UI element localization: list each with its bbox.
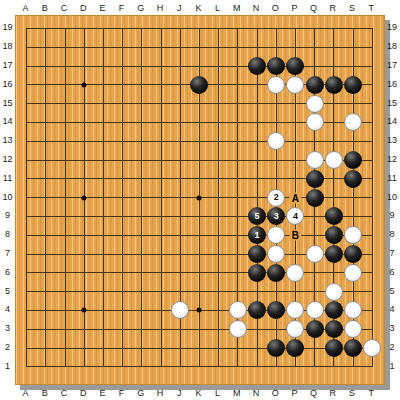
column-label-top: G [137,3,144,13]
white-stone [306,113,324,131]
black-stone [306,320,324,338]
black-stone [344,151,362,169]
black-stone [325,207,343,225]
row-label-right: 5 [389,286,394,296]
row-label-right: 12 [387,154,397,164]
black-stone [325,226,343,244]
row-label-left: 10 [2,192,12,202]
row-label-right: 10 [387,192,397,202]
white-stone [286,264,304,282]
column-label-top: M [233,3,241,13]
grid-vertical-line [218,28,219,367]
row-label-right: 7 [389,248,394,258]
black-stone [344,76,362,94]
grid-vertical-line [372,28,373,367]
column-label-top: H [157,3,164,13]
column-label-bottom: J [177,388,182,398]
column-label-bottom: A [23,388,29,398]
move-number: 3 [274,212,279,221]
row-label-left: 5 [5,286,10,296]
row-label-left: 7 [5,248,10,258]
white-stone [267,226,285,244]
grid-horizontal-line [26,348,373,349]
column-label-bottom: E [99,388,105,398]
go-diagram: 25341AB AABBCCDDEEFFGGHHJJKKLLMMNNOOPPQQ… [0,0,400,400]
column-label-bottom: Q [310,388,317,398]
black-stone [344,170,362,188]
column-label-bottom: C [61,388,68,398]
row-label-right: 11 [387,173,396,183]
row-label-right: 3 [389,323,394,333]
black-stone [306,76,324,94]
row-label-right: 9 [389,210,394,220]
star-point [197,195,202,200]
row-label-left: 14 [2,116,12,126]
row-label-left: 9 [5,210,10,220]
row-label-left: 8 [5,229,10,239]
row-label-left: 17 [2,60,12,70]
white-stone: 2 [267,189,285,207]
black-stone [248,264,266,282]
column-label-bottom: H [157,388,164,398]
white-stone [363,339,381,357]
row-label-left: 15 [2,98,12,108]
column-label-top: C [61,3,68,13]
white-stone [267,76,285,94]
black-stone [325,301,343,319]
white-stone [344,264,362,282]
grid-horizontal-line [26,216,373,217]
black-stone: 5 [248,207,266,225]
black-stone: 3 [267,207,285,225]
grid-horizontal-line [26,366,373,367]
white-stone [344,320,362,338]
row-label-left: 16 [2,79,12,89]
letter-annotation: B [290,230,301,241]
row-label-left: 1 [5,361,10,371]
black-stone [325,320,343,338]
star-point [82,82,87,87]
white-stone [286,301,304,319]
column-label-top: S [349,3,355,13]
column-label-top: E [99,3,105,13]
column-label-bottom: S [349,388,355,398]
black-stone [306,170,324,188]
grid-horizontal-line [26,235,373,236]
star-point [197,308,202,313]
black-stone [248,57,266,75]
black-stone [344,339,362,357]
white-stone [306,95,324,113]
column-label-top: L [215,3,220,13]
row-label-left: 4 [5,304,10,314]
row-label-right: 16 [387,79,397,89]
black-stone [286,57,304,75]
row-label-right: 4 [389,304,394,314]
column-label-top: D [80,3,87,13]
white-stone [306,301,324,319]
column-label-top: J [177,3,182,13]
black-stone [267,264,285,282]
row-label-left: 19 [2,22,12,32]
row-label-right: 18 [387,41,397,51]
column-label-bottom: P [291,388,297,398]
move-number: 2 [274,193,279,202]
black-stone [325,76,343,94]
column-label-bottom: L [215,388,220,398]
black-stone: 1 [248,226,266,244]
column-label-top: F [119,3,125,13]
grid-horizontal-line [26,291,373,292]
white-stone [306,245,324,263]
column-label-bottom: N [253,388,260,398]
black-stone [267,339,285,357]
white-stone [267,245,285,263]
white-stone [344,301,362,319]
black-stone [267,301,285,319]
column-label-bottom: F [119,388,125,398]
row-label-right: 6 [389,267,394,277]
column-label-bottom: R [330,388,337,398]
column-label-bottom: O [272,388,279,398]
move-number: 1 [254,231,259,240]
white-stone: 4 [286,207,304,225]
black-stone [286,339,304,357]
column-label-top: B [42,3,48,13]
column-label-top: K [195,3,201,13]
column-label-top: T [368,3,374,13]
column-label-bottom: K [195,388,201,398]
column-label-top: R [330,3,337,13]
row-label-right: 14 [387,116,397,126]
black-stone [267,57,285,75]
row-label-left: 3 [5,323,10,333]
row-label-right: 8 [389,229,394,239]
row-label-right: 1 [389,361,394,371]
row-label-left: 6 [5,267,10,277]
row-label-right: 15 [387,98,397,108]
column-label-top: N [253,3,260,13]
board-surface[interactable]: 25341AB [15,15,385,385]
row-label-left: 12 [2,154,12,164]
black-stone [344,245,362,263]
move-number: 4 [293,212,298,221]
row-label-right: 17 [387,60,397,70]
row-label-left: 11 [3,173,12,183]
column-label-top: A [23,3,29,13]
column-label-bottom: B [42,388,48,398]
grid-horizontal-line [26,272,373,273]
star-point [82,195,87,200]
row-label-left: 18 [2,41,12,51]
column-label-top: Q [310,3,317,13]
white-stone [344,226,362,244]
letter-annotation: A [290,192,301,203]
black-stone [248,245,266,263]
white-stone [171,301,189,319]
white-stone [344,113,362,131]
column-label-top: P [291,3,297,13]
star-point [82,308,87,313]
row-label-right: 13 [387,135,397,145]
row-label-right: 19 [387,22,397,32]
black-stone [248,301,266,319]
black-stone [325,339,343,357]
white-stone [306,151,324,169]
white-stone [267,132,285,150]
row-label-left: 2 [5,342,10,352]
column-label-bottom: D [80,388,87,398]
white-stone [229,301,247,319]
white-stone [229,320,247,338]
column-label-bottom: M [233,388,241,398]
white-stone [286,320,304,338]
black-stone [190,76,208,94]
row-label-left: 13 [2,135,12,145]
row-label-right: 2 [389,342,394,352]
white-stone [286,76,304,94]
column-label-bottom: G [137,388,144,398]
black-stone [325,245,343,263]
white-stone [325,283,343,301]
black-stone [306,189,324,207]
column-label-bottom: T [368,388,374,398]
white-stone [325,151,343,169]
column-label-top: O [272,3,279,13]
move-number: 5 [254,212,259,221]
